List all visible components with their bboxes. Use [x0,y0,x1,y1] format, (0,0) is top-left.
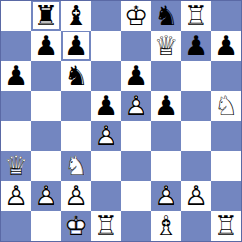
square-c8[interactable]: ♝ [61,1,91,31]
square-a4[interactable] [1,121,31,151]
square-b7[interactable]: ♟ [31,31,61,61]
white-rook-piece: ♜♖ [91,211,121,241]
square-f2[interactable]: ♟♙ [151,181,181,211]
white-rook-piece: ♜♖ [211,211,241,241]
black-rook-piece: ♜ [31,1,61,31]
square-e5[interactable]: ♟♙ [121,91,151,121]
square-g7[interactable]: ♟ [181,31,211,61]
white-queen-piece: ♛♕ [1,151,31,181]
white-pawn-piece: ♟♙ [1,181,31,211]
square-f3[interactable] [151,151,181,181]
square-g2[interactable]: ♟♙ [181,181,211,211]
square-b2[interactable]: ♟♙ [31,181,61,211]
white-pawn-piece: ♟♙ [91,121,121,151]
square-d6[interactable] [91,61,121,91]
white-king-piece: ♚♔ [61,211,91,241]
square-f7[interactable]: ♛♕ [151,31,181,61]
square-h6[interactable] [211,61,241,91]
square-a8[interactable] [1,1,31,31]
square-d1[interactable]: ♜♖ [91,211,121,241]
square-d5[interactable]: ♟ [91,91,121,121]
square-b5[interactable] [31,91,61,121]
square-b1[interactable] [31,211,61,241]
black-pawn-piece: ♟ [181,31,211,61]
square-a1[interactable] [1,211,31,241]
square-d7[interactable] [91,31,121,61]
square-h1[interactable]: ♜♖ [211,211,241,241]
square-f5[interactable]: ♟ [151,91,181,121]
white-pawn-piece: ♟♙ [181,181,211,211]
square-c5[interactable] [61,91,91,121]
square-c4[interactable] [61,121,91,151]
black-pawn-piece: ♟ [151,91,181,121]
square-h4[interactable] [211,121,241,151]
square-c6[interactable]: ♞ [61,61,91,91]
square-a2[interactable]: ♟♙ [1,181,31,211]
white-pawn-piece: ♟♙ [121,91,151,121]
white-rook-piece: ♜♖ [181,1,211,31]
chess-board: ♜♝♚♔♞♜♖♟♟♛♕♟♟♟♞♟♟♟♙♟♞♘♟♙♛♕♞♘♟♙♟♙♟♙♟♙♟♙♚♔… [0,0,242,242]
black-knight-piece: ♞ [61,61,91,91]
square-g8[interactable]: ♜♖ [181,1,211,31]
square-d3[interactable] [91,151,121,181]
square-f1[interactable]: ♝♗ [151,211,181,241]
white-bishop-piece: ♝♗ [151,211,181,241]
square-a7[interactable] [1,31,31,61]
square-f6[interactable] [151,61,181,91]
white-pawn-piece: ♟♙ [151,181,181,211]
black-pawn-piece: ♟ [91,91,121,121]
square-b6[interactable] [31,61,61,91]
square-a5[interactable] [1,91,31,121]
square-h3[interactable] [211,151,241,181]
square-e6[interactable]: ♟ [121,61,151,91]
square-g5[interactable] [181,91,211,121]
square-g3[interactable] [181,151,211,181]
square-e1[interactable] [121,211,151,241]
square-e3[interactable] [121,151,151,181]
square-b4[interactable] [31,121,61,151]
square-e4[interactable] [121,121,151,151]
black-pawn-piece: ♟ [211,31,241,61]
black-bishop-piece: ♝ [61,1,91,31]
square-g6[interactable] [181,61,211,91]
black-pawn-piece: ♟ [31,31,61,61]
white-pawn-piece: ♟♙ [61,181,91,211]
square-c7[interactable]: ♟ [61,31,91,61]
square-a3[interactable]: ♛♕ [1,151,31,181]
square-b3[interactable] [31,151,61,181]
white-king-piece: ♚♔ [121,1,151,31]
square-h8[interactable] [211,1,241,31]
white-knight-piece: ♞♘ [211,91,241,121]
square-a6[interactable]: ♟ [1,61,31,91]
square-f8[interactable]: ♞ [151,1,181,31]
black-pawn-piece: ♟ [61,31,91,61]
square-g1[interactable] [181,211,211,241]
square-c2[interactable]: ♟♙ [61,181,91,211]
square-g4[interactable] [181,121,211,151]
black-pawn-piece: ♟ [1,61,31,91]
square-e8[interactable]: ♚♔ [121,1,151,31]
square-h2[interactable] [211,181,241,211]
white-knight-piece: ♞♘ [61,151,91,181]
square-c3[interactable]: ♞♘ [61,151,91,181]
square-e7[interactable] [121,31,151,61]
square-d4[interactable]: ♟♙ [91,121,121,151]
square-h7[interactable]: ♟ [211,31,241,61]
white-queen-piece: ♛♕ [151,31,181,61]
square-c1[interactable]: ♚♔ [61,211,91,241]
square-h5[interactable]: ♞♘ [211,91,241,121]
square-e2[interactable] [121,181,151,211]
square-b8[interactable]: ♜ [31,1,61,31]
square-d8[interactable] [91,1,121,31]
square-f4[interactable] [151,121,181,151]
black-pawn-piece: ♟ [121,61,151,91]
black-knight-piece: ♞ [151,1,181,31]
square-d2[interactable] [91,181,121,211]
white-pawn-piece: ♟♙ [31,181,61,211]
